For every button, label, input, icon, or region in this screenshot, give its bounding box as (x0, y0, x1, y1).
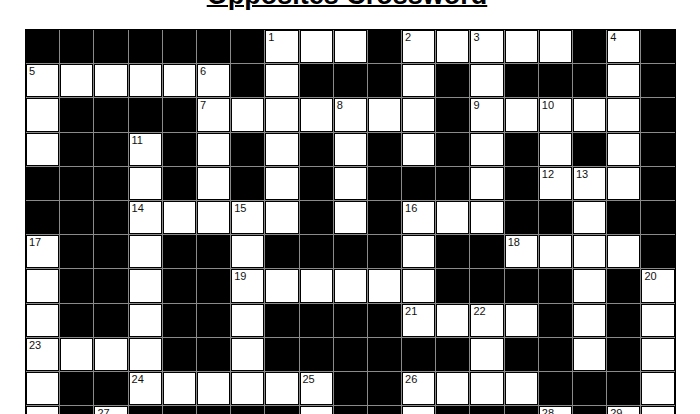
cell-r9c1[interactable] (60, 338, 93, 371)
cell-r1c15 (539, 64, 572, 97)
cell-r0c2 (94, 30, 127, 63)
clue-number: 8 (337, 99, 343, 112)
cell-r11c5 (197, 406, 230, 414)
cell-r0c3 (129, 30, 162, 63)
cell-r7c5 (197, 269, 230, 302)
cell-r2c1 (60, 98, 93, 131)
cell-r11c4 (163, 406, 196, 414)
cell-r0c0 (26, 30, 59, 63)
clue-number: 3 (473, 31, 479, 44)
cell-r4c13[interactable] (470, 167, 503, 200)
cell-r6c11[interactable] (402, 235, 435, 268)
cell-r4c3[interactable] (129, 167, 162, 200)
cell-r2c5[interactable]: 7 (197, 98, 230, 131)
cell-r1c16 (573, 64, 606, 97)
cell-r6c9 (334, 235, 367, 268)
page-title: Opposites Crossword (0, 0, 694, 11)
cell-r6c3[interactable] (129, 235, 162, 268)
cell-r4c16[interactable]: 13 (573, 167, 606, 200)
cell-r5c7[interactable] (265, 201, 298, 234)
clue-number: 17 (29, 236, 41, 249)
cell-r2c7[interactable] (265, 98, 298, 131)
cell-r9c15 (539, 338, 572, 371)
cell-r4c7[interactable] (265, 167, 298, 200)
clue-number: 25 (303, 373, 315, 386)
cell-r5c9[interactable] (334, 201, 367, 234)
cell-r11c7 (265, 406, 298, 414)
cell-r10c1 (60, 372, 93, 405)
cell-r10c16 (573, 372, 606, 405)
cell-r1c8 (300, 64, 333, 97)
cell-r7c0[interactable] (26, 269, 59, 302)
cell-r5c2 (94, 201, 127, 234)
cell-r4c8 (300, 167, 333, 200)
cell-r3c15[interactable] (539, 133, 572, 166)
clue-number: 18 (508, 236, 520, 249)
cell-r4c5[interactable] (197, 167, 230, 200)
cell-r7c15 (539, 269, 572, 302)
cell-r9c17 (607, 338, 640, 371)
cell-r11c15[interactable]: 28 (539, 406, 572, 414)
cell-r8c14[interactable] (505, 304, 538, 337)
cell-r11c1 (60, 406, 93, 414)
cell-r10c9 (334, 372, 367, 405)
cell-r8c2 (94, 304, 127, 337)
cell-r8c0[interactable] (26, 304, 59, 337)
cell-r10c11[interactable]: 26 (402, 372, 435, 405)
cell-r8c4 (163, 304, 196, 337)
cell-r11c3 (129, 406, 162, 414)
cell-r3c5[interactable] (197, 133, 230, 166)
cell-r0c9[interactable] (334, 30, 367, 63)
clue-number: 29 (610, 407, 622, 414)
cell-r5c17 (607, 201, 640, 234)
cell-r8c10 (368, 304, 401, 337)
cell-r5c0 (26, 201, 59, 234)
cell-r3c12 (436, 133, 469, 166)
cell-r1c4[interactable] (163, 64, 196, 97)
cell-r9c9 (334, 338, 367, 371)
cell-r10c4[interactable] (163, 372, 196, 405)
cell-r5c1 (60, 201, 93, 234)
cell-r4c18 (641, 167, 674, 200)
cell-r11c12 (436, 406, 469, 414)
cell-r0c8[interactable] (300, 30, 333, 63)
cell-r11c2[interactable]: 27 (94, 406, 127, 414)
cell-r0c5 (197, 30, 230, 63)
cell-r5c12[interactable] (436, 201, 469, 234)
cell-r6c17[interactable] (607, 235, 640, 268)
cell-r7c6[interactable]: 19 (231, 269, 264, 302)
cell-r2c11[interactable] (402, 98, 435, 131)
cell-r6c5 (197, 235, 230, 268)
cell-r10c7[interactable] (265, 372, 298, 405)
cell-r0c7[interactable]: 1 (265, 30, 298, 63)
cell-r7c4 (163, 269, 196, 302)
cell-r8c5 (197, 304, 230, 337)
cell-r4c1 (60, 167, 93, 200)
cell-r10c13[interactable] (470, 372, 503, 405)
clue-number: 6 (200, 65, 206, 78)
cell-r4c15[interactable]: 12 (539, 167, 572, 200)
clue-number: 21 (405, 305, 417, 318)
cell-r0c12[interactable] (436, 30, 469, 63)
clue-number: 9 (473, 99, 479, 112)
cell-r2c13[interactable]: 9 (470, 98, 503, 131)
cell-r0c1 (60, 30, 93, 63)
cell-r7c17 (607, 269, 640, 302)
clue-number: 28 (542, 407, 554, 414)
cell-r8c12[interactable] (436, 304, 469, 337)
clue-number: 10 (542, 99, 554, 112)
cell-r6c16[interactable] (573, 235, 606, 268)
cell-r1c10 (368, 64, 401, 97)
cell-r5c14 (505, 201, 538, 234)
cell-r2c10[interactable] (368, 98, 401, 131)
cell-r7c9[interactable] (334, 269, 367, 302)
cell-r10c14[interactable] (505, 372, 538, 405)
cell-r11c16 (573, 406, 606, 414)
cell-r11c0[interactable] (26, 406, 59, 414)
cell-r8c8 (300, 304, 333, 337)
cell-r2c18 (641, 98, 674, 131)
cell-r2c3 (129, 98, 162, 131)
cell-r2c9[interactable]: 8 (334, 98, 367, 131)
cell-r7c3[interactable] (129, 269, 162, 302)
cell-r4c12 (436, 167, 469, 200)
cell-r11c17[interactable]: 29 (607, 406, 640, 414)
cell-r6c7 (265, 235, 298, 268)
cell-r3c4 (163, 133, 196, 166)
cell-r7c11[interactable] (402, 269, 435, 302)
cell-r6c4 (163, 235, 196, 268)
cell-r6c6[interactable] (231, 235, 264, 268)
cell-r4c0 (26, 167, 59, 200)
clue-number: 4 (610, 31, 616, 44)
cell-r2c15[interactable]: 10 (539, 98, 572, 131)
cell-r0c17[interactable]: 4 (607, 30, 640, 63)
cell-r6c8 (300, 235, 333, 268)
cell-r11c14 (505, 406, 538, 414)
cell-r4c6 (231, 167, 264, 200)
cell-r7c1 (60, 269, 93, 302)
cell-r9c13[interactable] (470, 338, 503, 371)
clue-number: 27 (97, 407, 109, 414)
cell-r10c18[interactable] (641, 372, 674, 405)
cell-r10c8[interactable]: 25 (300, 372, 333, 405)
cell-r9c8 (300, 338, 333, 371)
cell-r4c2 (94, 167, 127, 200)
cell-r7c13 (470, 269, 503, 302)
cell-r3c18 (641, 133, 674, 166)
cell-r2c16[interactable] (573, 98, 606, 131)
cell-r4c11 (402, 167, 435, 200)
cell-r9c14 (505, 338, 538, 371)
cell-r8c17 (607, 304, 640, 337)
cell-r8c15 (539, 304, 572, 337)
cell-r6c0[interactable]: 17 (26, 235, 59, 268)
cell-r9c3[interactable] (129, 338, 162, 371)
cell-r1c18 (641, 64, 674, 97)
cell-r5c11[interactable]: 16 (402, 201, 435, 234)
cell-r9c5 (197, 338, 230, 371)
cell-r0c18 (641, 30, 674, 63)
cell-r1c5[interactable]: 6 (197, 64, 230, 97)
cell-r2c8[interactable] (300, 98, 333, 131)
cell-r9c10 (368, 338, 401, 371)
cell-r3c1 (60, 133, 93, 166)
cell-r1c2[interactable] (94, 64, 127, 97)
cell-r1c17[interactable] (607, 64, 640, 97)
cell-r8c6[interactable] (231, 304, 264, 337)
cell-r1c7[interactable] (265, 64, 298, 97)
cell-r9c12 (436, 338, 469, 371)
cell-r3c3[interactable]: 11 (129, 133, 162, 166)
cell-r10c10 (368, 372, 401, 405)
cell-r3c16 (573, 133, 606, 166)
cell-r3c17[interactable] (607, 133, 640, 166)
cell-r3c10 (368, 133, 401, 166)
cell-r5c5[interactable] (197, 201, 230, 234)
cell-r6c2 (94, 235, 127, 268)
cell-r7c16[interactable] (573, 269, 606, 302)
clue-number: 13 (576, 168, 588, 181)
cell-r3c14 (505, 133, 538, 166)
crossword-grid: 1234567891011121314151617181920212223242… (25, 29, 676, 414)
cell-r10c0[interactable] (26, 372, 59, 405)
cell-r7c8[interactable] (300, 269, 333, 302)
cell-r4c14 (505, 167, 538, 200)
cell-r10c6[interactable] (231, 372, 264, 405)
cell-r7c12 (436, 269, 469, 302)
cell-r3c8 (300, 133, 333, 166)
cell-r10c15 (539, 372, 572, 405)
cell-r9c2[interactable] (94, 338, 127, 371)
cell-r8c9 (334, 304, 367, 337)
cell-r2c17[interactable] (607, 98, 640, 131)
clue-number: 15 (234, 202, 246, 215)
cell-r7c2 (94, 269, 127, 302)
cell-r2c4 (163, 98, 196, 131)
cell-r11c6 (231, 406, 264, 414)
cell-r0c13[interactable]: 3 (470, 30, 503, 63)
cell-r11c18[interactable] (641, 406, 674, 414)
cell-r2c12 (436, 98, 469, 131)
cell-r5c4[interactable] (163, 201, 196, 234)
clue-number: 1 (268, 31, 274, 44)
cell-r11c11[interactable] (402, 406, 435, 414)
cell-r4c4 (163, 167, 196, 200)
cell-r1c0[interactable]: 5 (26, 64, 59, 97)
cell-r5c6[interactable]: 15 (231, 201, 264, 234)
cell-r6c14[interactable]: 18 (505, 235, 538, 268)
cell-r5c8 (300, 201, 333, 234)
cell-r10c17 (607, 372, 640, 405)
cell-r10c3[interactable]: 24 (129, 372, 162, 405)
clue-number: 20 (644, 270, 656, 283)
cell-r2c14[interactable] (505, 98, 538, 131)
cell-r11c9 (334, 406, 367, 414)
cell-r9c4 (163, 338, 196, 371)
cell-r0c4 (163, 30, 196, 63)
cell-r1c6 (231, 64, 264, 97)
cell-r6c18 (641, 235, 674, 268)
cell-r7c14 (505, 269, 538, 302)
cell-r4c9[interactable] (334, 167, 367, 200)
cell-r7c7[interactable] (265, 269, 298, 302)
cell-r4c17[interactable] (607, 167, 640, 200)
cell-r3c11[interactable] (402, 133, 435, 166)
cell-r6c13 (470, 235, 503, 268)
cell-r6c15[interactable] (539, 235, 572, 268)
cell-r0c6 (231, 30, 264, 63)
cell-r0c16 (573, 30, 606, 63)
cell-r10c5[interactable] (197, 372, 230, 405)
cell-r3c7[interactable] (265, 133, 298, 166)
cell-r9c11 (402, 338, 435, 371)
cell-r3c0[interactable] (26, 133, 59, 166)
clue-number: 22 (473, 305, 485, 318)
cell-r11c8[interactable] (300, 406, 333, 414)
cell-r5c16[interactable] (573, 201, 606, 234)
cell-r3c2 (94, 133, 127, 166)
clue-number: 2 (405, 31, 411, 44)
clue-number: 24 (132, 373, 144, 386)
cell-r5c13[interactable] (470, 201, 503, 234)
cell-r5c18 (641, 201, 674, 234)
cell-r1c13[interactable] (470, 64, 503, 97)
cell-r8c13[interactable]: 22 (470, 304, 503, 337)
cell-r3c9[interactable] (334, 133, 367, 166)
cell-r2c0[interactable] (26, 98, 59, 131)
cell-r8c7 (265, 304, 298, 337)
cell-r9c7 (265, 338, 298, 371)
clue-number: 16 (405, 202, 417, 215)
cell-r6c10 (368, 235, 401, 268)
clue-number: 23 (29, 339, 41, 352)
cell-r9c0[interactable]: 23 (26, 338, 59, 371)
cell-r0c11[interactable]: 2 (402, 30, 435, 63)
clue-number: 12 (542, 168, 554, 181)
cell-r1c9 (334, 64, 367, 97)
cell-r8c16[interactable] (573, 304, 606, 337)
cell-r5c3[interactable]: 14 (129, 201, 162, 234)
cell-r5c15 (539, 201, 572, 234)
cell-r7c10[interactable] (368, 269, 401, 302)
clue-number: 5 (29, 65, 35, 78)
cell-r8c18[interactable] (641, 304, 674, 337)
cell-r11c13 (470, 406, 503, 414)
cell-r1c1[interactable] (60, 64, 93, 97)
cell-r8c11[interactable]: 21 (402, 304, 435, 337)
cell-r4c10 (368, 167, 401, 200)
cell-r8c3[interactable] (129, 304, 162, 337)
cell-r9c6[interactable] (231, 338, 264, 371)
cell-r1c12 (436, 64, 469, 97)
cell-r9c16[interactable] (573, 338, 606, 371)
clue-number: 14 (132, 202, 144, 215)
cell-r10c2 (94, 372, 127, 405)
cell-r8c1 (60, 304, 93, 337)
cell-r9c18[interactable] (641, 338, 674, 371)
cell-r0c15[interactable] (539, 30, 572, 63)
cell-r1c3[interactable] (129, 64, 162, 97)
cell-r2c6[interactable] (231, 98, 264, 131)
cell-r0c14[interactable] (505, 30, 538, 63)
cell-r6c12 (436, 235, 469, 268)
clue-number: 26 (405, 373, 417, 386)
cell-r6c1 (60, 235, 93, 268)
cell-r10c12[interactable] (436, 372, 469, 405)
cell-r0c10 (368, 30, 401, 63)
cell-r11c10 (368, 406, 401, 414)
clue-number: 11 (132, 134, 143, 147)
cell-r5c10 (368, 201, 401, 234)
cell-r1c14 (505, 64, 538, 97)
cell-r3c6 (231, 133, 264, 166)
cell-r2c2 (94, 98, 127, 131)
clue-number: 7 (200, 99, 206, 112)
cell-r3c13[interactable] (470, 133, 503, 166)
cell-r7c18[interactable]: 20 (641, 269, 674, 302)
cell-r1c11[interactable] (402, 64, 435, 97)
clue-number: 19 (234, 270, 246, 283)
